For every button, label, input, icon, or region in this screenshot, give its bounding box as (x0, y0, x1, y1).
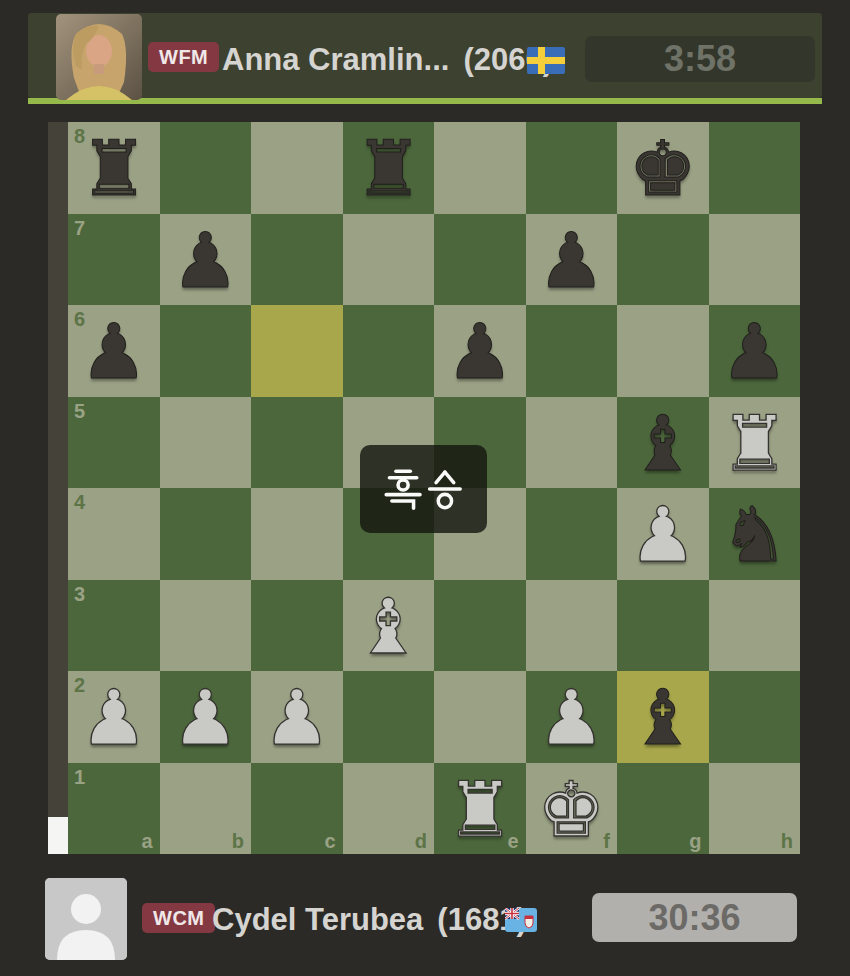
square-c1[interactable]: c (251, 763, 343, 855)
square-h4[interactable]: ♞ (709, 488, 801, 580)
square-a6[interactable]: 6♟ (68, 305, 160, 397)
white-king: ♚ (526, 763, 618, 855)
top-player-progress-bar (28, 98, 822, 104)
white-pawn: ♟ (617, 488, 709, 580)
square-f4[interactable] (526, 488, 618, 580)
file-label-c: c (324, 831, 335, 851)
square-e3[interactable] (434, 580, 526, 672)
evaluation-bar-white-segment (48, 817, 68, 854)
game-result-overlay: 흑 승 (360, 445, 487, 533)
black-bishop: ♝ (617, 671, 709, 763)
black-rook: ♜ (68, 122, 160, 214)
square-e2[interactable] (434, 671, 526, 763)
square-g8[interactable]: ♚ (617, 122, 709, 214)
top-player-name-row: Anna Cramlin...(2066) (222, 42, 553, 78)
black-king: ♚ (617, 122, 709, 214)
square-c5[interactable] (251, 397, 343, 489)
korean-text-black-wins (379, 467, 469, 511)
bottom-player-avatar[interactable] (45, 878, 127, 960)
square-h8[interactable] (709, 122, 801, 214)
square-e8[interactable] (434, 122, 526, 214)
square-f3[interactable] (526, 580, 618, 672)
bottom-player-name: Cydel Terubea (212, 902, 423, 937)
file-label-h: h (781, 831, 793, 851)
square-b2[interactable]: ♟ (160, 671, 252, 763)
wfm-title-badge: WFM (148, 42, 219, 72)
black-bishop: ♝ (617, 397, 709, 489)
black-pawn: ♟ (160, 214, 252, 306)
default-avatar-icon (45, 878, 127, 960)
square-e1[interactable]: e♜ (434, 763, 526, 855)
square-d7[interactable] (343, 214, 435, 306)
square-g5[interactable]: ♝ (617, 397, 709, 489)
file-label-a: a (141, 831, 152, 851)
square-a2[interactable]: 2♟ (68, 671, 160, 763)
top-clock-time: 3:58 (664, 38, 736, 80)
square-a7[interactable]: 7 (68, 214, 160, 306)
white-pawn: ♟ (68, 671, 160, 763)
square-h1[interactable]: h (709, 763, 801, 855)
square-g1[interactable]: g (617, 763, 709, 855)
wcm-title-badge: WCM (142, 903, 215, 933)
square-f5[interactable] (526, 397, 618, 489)
square-d1[interactable]: d (343, 763, 435, 855)
square-f7[interactable]: ♟ (526, 214, 618, 306)
white-bishop: ♝ (343, 580, 435, 672)
square-d3[interactable]: ♝ (343, 580, 435, 672)
top-player-avatar[interactable] (56, 14, 142, 100)
fiji-flag-icon (505, 908, 537, 936)
square-a8[interactable]: 8♜ (68, 122, 160, 214)
square-f8[interactable] (526, 122, 618, 214)
square-a5[interactable]: 5 (68, 397, 160, 489)
square-g7[interactable] (617, 214, 709, 306)
square-b6[interactable] (160, 305, 252, 397)
black-pawn: ♟ (709, 305, 801, 397)
black-pawn: ♟ (526, 214, 618, 306)
avatar-image (56, 14, 142, 100)
square-c2[interactable]: ♟ (251, 671, 343, 763)
square-g4[interactable]: ♟ (617, 488, 709, 580)
square-f6[interactable] (526, 305, 618, 397)
white-pawn: ♟ (160, 671, 252, 763)
sweden-flag-icon (527, 47, 565, 78)
square-f2[interactable]: ♟ (526, 671, 618, 763)
bottom-player-name-row: Cydel Terubea(1681) (212, 902, 527, 938)
square-a3[interactable]: 3 (68, 580, 160, 672)
rank-label-3: 3 (74, 584, 85, 604)
top-player-name: Anna Cramlin... (222, 42, 449, 77)
square-a1[interactable]: 1a (68, 763, 160, 855)
file-label-b: b (232, 831, 244, 851)
square-h5[interactable]: ♜ (709, 397, 801, 489)
square-b8[interactable] (160, 122, 252, 214)
white-rook: ♜ (709, 397, 801, 489)
square-a4[interactable]: 4 (68, 488, 160, 580)
square-g2[interactable]: ♝ (617, 671, 709, 763)
square-h3[interactable] (709, 580, 801, 672)
white-rook: ♜ (434, 763, 526, 855)
bottom-player-title: WCM (153, 907, 204, 929)
square-b1[interactable]: b (160, 763, 252, 855)
evaluation-bar (48, 122, 68, 854)
square-b4[interactable] (160, 488, 252, 580)
rank-label-5: 5 (74, 401, 85, 421)
square-c3[interactable] (251, 580, 343, 672)
bottom-player-clock: 30:36 (592, 893, 797, 942)
file-label-g: g (689, 831, 701, 851)
rank-label-1: 1 (74, 767, 85, 787)
square-h7[interactable] (709, 214, 801, 306)
top-player-title: WFM (159, 46, 208, 68)
file-label-d: d (415, 831, 427, 851)
black-pawn: ♟ (68, 305, 160, 397)
white-pawn: ♟ (526, 671, 618, 763)
white-pawn: ♟ (251, 671, 343, 763)
bottom-clock-time: 30:36 (648, 897, 740, 939)
square-c6[interactable] (251, 305, 343, 397)
square-d2[interactable] (343, 671, 435, 763)
game-screen: { "game": "chess", "position": { "fen": … (0, 0, 850, 976)
square-h2[interactable] (709, 671, 801, 763)
black-pawn: ♟ (434, 305, 526, 397)
square-e7[interactable] (434, 214, 526, 306)
square-g6[interactable] (617, 305, 709, 397)
square-b3[interactable] (160, 580, 252, 672)
square-e6[interactable]: ♟ (434, 305, 526, 397)
top-player-clock: 3:58 (585, 36, 815, 82)
square-d6[interactable] (343, 305, 435, 397)
square-d8[interactable]: ♜ (343, 122, 435, 214)
square-b7[interactable]: ♟ (160, 214, 252, 306)
square-c8[interactable] (251, 122, 343, 214)
rank-label-4: 4 (74, 492, 85, 512)
square-g3[interactable] (617, 580, 709, 672)
square-c7[interactable] (251, 214, 343, 306)
black-knight: ♞ (709, 488, 801, 580)
square-h6[interactable]: ♟ (709, 305, 801, 397)
square-b5[interactable] (160, 397, 252, 489)
rank-label-7: 7 (74, 218, 85, 238)
square-c4[interactable] (251, 488, 343, 580)
black-rook: ♜ (343, 122, 435, 214)
square-f1[interactable]: f♚ (526, 763, 618, 855)
